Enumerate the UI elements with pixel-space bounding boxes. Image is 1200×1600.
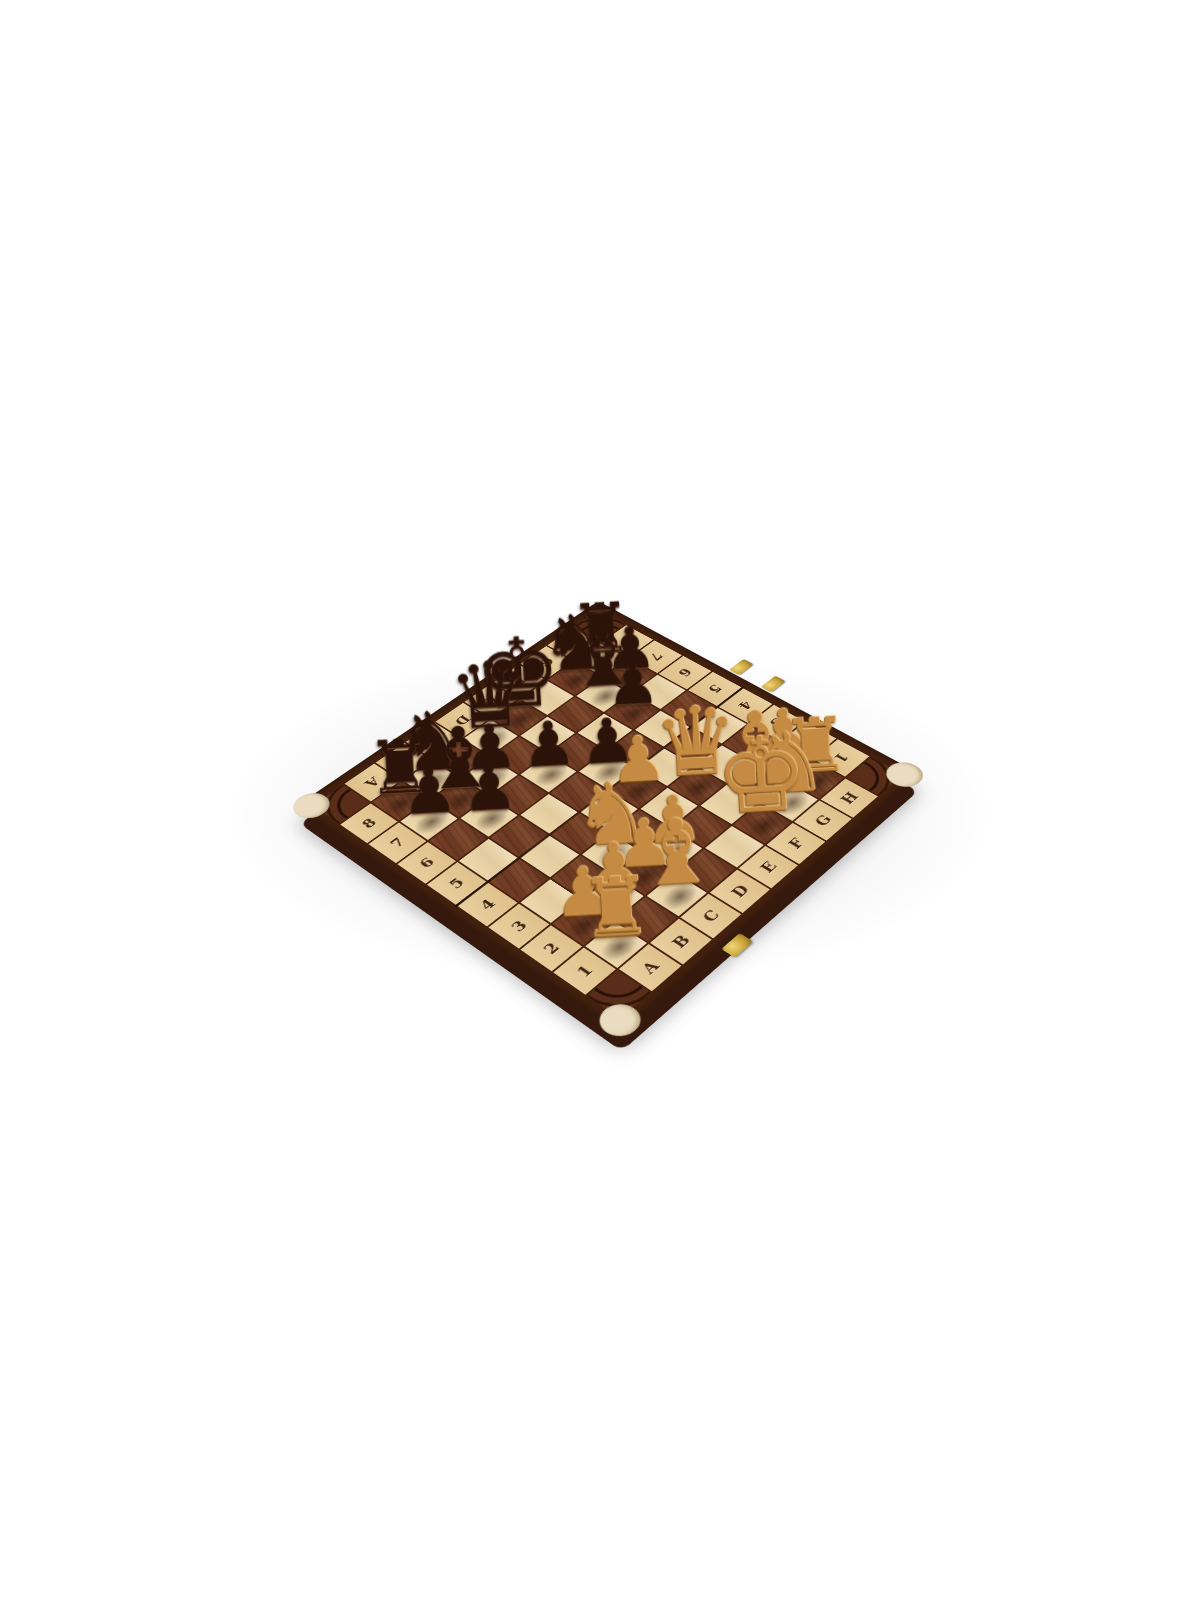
square-b6: ♟ xyxy=(460,797,517,837)
piece-black-pawn-b6: ♟ xyxy=(460,797,517,837)
white-rook-glyph: ♜ xyxy=(578,867,654,948)
black-pawn-glyph: ♟ xyxy=(399,760,458,823)
piece-black-pawn-d6: ♟ xyxy=(520,754,576,792)
black-pawn-glyph: ♟ xyxy=(459,757,518,820)
square-d6: ♟ xyxy=(520,754,576,792)
product-photo: ABCDEFGH8♜♞♛♚♞♜87♟♝♟♝♟76♟♟♟65♟54♟43♞♛32♟… xyxy=(0,0,1200,1600)
black-pawn-glyph: ♟ xyxy=(520,715,578,776)
white-king-glyph: ♚ xyxy=(713,725,810,827)
